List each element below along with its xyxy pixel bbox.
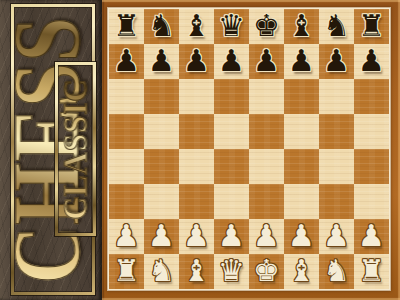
piece-black-knight[interactable]: ♞ bbox=[148, 11, 175, 41]
square-f5[interactable] bbox=[284, 114, 319, 149]
piece-black-bishop[interactable]: ♝ bbox=[183, 11, 210, 41]
square-e6[interactable] bbox=[249, 79, 284, 114]
piece-white-king[interactable]: ♚ bbox=[253, 256, 280, 286]
piece-white-bishop[interactable]: ♝ bbox=[183, 256, 210, 286]
square-e5[interactable] bbox=[249, 114, 284, 149]
game-subtitle: CLASSIC bbox=[57, 66, 92, 232]
square-g8[interactable]: ♞ bbox=[319, 9, 354, 44]
subtitle-frame: CLASSIC bbox=[55, 62, 96, 236]
piece-white-pawn[interactable]: ♟ bbox=[218, 221, 245, 251]
piece-black-pawn[interactable]: ♟ bbox=[148, 46, 175, 76]
piece-white-pawn[interactable]: ♟ bbox=[113, 221, 140, 251]
piece-white-knight[interactable]: ♞ bbox=[148, 256, 175, 286]
piece-black-pawn[interactable]: ♟ bbox=[288, 46, 315, 76]
piece-black-bishop[interactable]: ♝ bbox=[288, 11, 315, 41]
square-g6[interactable] bbox=[319, 79, 354, 114]
square-e8[interactable]: ♚ bbox=[249, 9, 284, 44]
piece-black-pawn[interactable]: ♟ bbox=[183, 46, 210, 76]
piece-white-knight[interactable]: ♞ bbox=[323, 256, 350, 286]
chess-board: ♜♞♝♛♚♝♞♜♟♟♟♟♟♟♟♟♟♟♟♟♟♟♟♟♜♞♝♛♚♝♞♜ bbox=[109, 9, 389, 289]
square-a4[interactable] bbox=[109, 149, 144, 184]
piece-white-pawn[interactable]: ♟ bbox=[288, 221, 315, 251]
square-g4[interactable] bbox=[319, 149, 354, 184]
piece-white-queen[interactable]: ♛ bbox=[218, 256, 245, 286]
piece-black-knight[interactable]: ♞ bbox=[323, 11, 350, 41]
square-d4[interactable] bbox=[214, 149, 249, 184]
square-b5[interactable] bbox=[144, 114, 179, 149]
square-c2[interactable]: ♟ bbox=[179, 219, 214, 254]
square-g7[interactable]: ♟ bbox=[319, 44, 354, 79]
square-d3[interactable] bbox=[214, 184, 249, 219]
square-c4[interactable] bbox=[179, 149, 214, 184]
square-e7[interactable]: ♟ bbox=[249, 44, 284, 79]
square-h2[interactable]: ♟ bbox=[354, 219, 389, 254]
square-b1[interactable]: ♞ bbox=[144, 254, 179, 289]
square-e4[interactable] bbox=[249, 149, 284, 184]
square-c6[interactable] bbox=[179, 79, 214, 114]
square-g2[interactable]: ♟ bbox=[319, 219, 354, 254]
square-f4[interactable] bbox=[284, 149, 319, 184]
square-f8[interactable]: ♝ bbox=[284, 9, 319, 44]
square-h8[interactable]: ♜ bbox=[354, 9, 389, 44]
piece-black-pawn[interactable]: ♟ bbox=[218, 46, 245, 76]
square-e1[interactable]: ♚ bbox=[249, 254, 284, 289]
piece-white-pawn[interactable]: ♟ bbox=[253, 221, 280, 251]
piece-black-queen[interactable]: ♛ bbox=[218, 11, 245, 41]
square-c8[interactable]: ♝ bbox=[179, 9, 214, 44]
square-h5[interactable] bbox=[354, 114, 389, 149]
square-d6[interactable] bbox=[214, 79, 249, 114]
square-a6[interactable] bbox=[109, 79, 144, 114]
piece-black-pawn[interactable]: ♟ bbox=[113, 46, 140, 76]
piece-black-rook[interactable]: ♜ bbox=[113, 11, 140, 41]
piece-black-pawn[interactable]: ♟ bbox=[358, 46, 385, 76]
piece-white-pawn[interactable]: ♟ bbox=[148, 221, 175, 251]
square-e2[interactable]: ♟ bbox=[249, 219, 284, 254]
piece-white-pawn[interactable]: ♟ bbox=[358, 221, 385, 251]
square-g5[interactable] bbox=[319, 114, 354, 149]
square-h7[interactable]: ♟ bbox=[354, 44, 389, 79]
square-b6[interactable] bbox=[144, 79, 179, 114]
piece-white-bishop[interactable]: ♝ bbox=[288, 256, 315, 286]
square-d8[interactable]: ♛ bbox=[214, 9, 249, 44]
piece-black-king[interactable]: ♚ bbox=[253, 11, 280, 41]
app-window: CHESS CLASSIC ♜♞♝♛♚♝♞♜♟♟♟♟♟♟♟♟♟♟♟♟♟♟♟♟♜♞… bbox=[0, 0, 400, 300]
square-c5[interactable] bbox=[179, 114, 214, 149]
square-e3[interactable] bbox=[249, 184, 284, 219]
square-g3[interactable] bbox=[319, 184, 354, 219]
square-b8[interactable]: ♞ bbox=[144, 9, 179, 44]
piece-white-rook[interactable]: ♜ bbox=[113, 256, 140, 286]
piece-white-pawn[interactable]: ♟ bbox=[323, 221, 350, 251]
square-f3[interactable] bbox=[284, 184, 319, 219]
piece-black-pawn[interactable]: ♟ bbox=[253, 46, 280, 76]
square-h4[interactable] bbox=[354, 149, 389, 184]
square-b7[interactable]: ♟ bbox=[144, 44, 179, 79]
square-a7[interactable]: ♟ bbox=[109, 44, 144, 79]
piece-black-pawn[interactable]: ♟ bbox=[323, 46, 350, 76]
square-b4[interactable] bbox=[144, 149, 179, 184]
square-c3[interactable] bbox=[179, 184, 214, 219]
square-c7[interactable]: ♟ bbox=[179, 44, 214, 79]
square-f2[interactable]: ♟ bbox=[284, 219, 319, 254]
square-h3[interactable] bbox=[354, 184, 389, 219]
square-a2[interactable]: ♟ bbox=[109, 219, 144, 254]
square-a5[interactable] bbox=[109, 114, 144, 149]
piece-white-pawn[interactable]: ♟ bbox=[183, 221, 210, 251]
square-f7[interactable]: ♟ bbox=[284, 44, 319, 79]
square-f6[interactable] bbox=[284, 79, 319, 114]
square-a3[interactable] bbox=[109, 184, 144, 219]
square-h6[interactable] bbox=[354, 79, 389, 114]
piece-white-rook[interactable]: ♜ bbox=[358, 256, 385, 286]
square-h1[interactable]: ♜ bbox=[354, 254, 389, 289]
square-b3[interactable] bbox=[144, 184, 179, 219]
square-a8[interactable]: ♜ bbox=[109, 9, 144, 44]
square-a1[interactable]: ♜ bbox=[109, 254, 144, 289]
square-g1[interactable]: ♞ bbox=[319, 254, 354, 289]
square-b2[interactable]: ♟ bbox=[144, 219, 179, 254]
square-d7[interactable]: ♟ bbox=[214, 44, 249, 79]
side-panel: CHESS CLASSIC bbox=[0, 0, 102, 300]
square-d2[interactable]: ♟ bbox=[214, 219, 249, 254]
square-d5[interactable] bbox=[214, 114, 249, 149]
piece-black-rook[interactable]: ♜ bbox=[358, 11, 385, 41]
square-d1[interactable]: ♛ bbox=[214, 254, 249, 289]
chess-board-frame: ♜♞♝♛♚♝♞♜♟♟♟♟♟♟♟♟♟♟♟♟♟♟♟♟♜♞♝♛♚♝♞♜ bbox=[102, 0, 400, 300]
square-f1[interactable]: ♝ bbox=[284, 254, 319, 289]
board-inner-border: ♜♞♝♛♚♝♞♜♟♟♟♟♟♟♟♟♟♟♟♟♟♟♟♟♜♞♝♛♚♝♞♜ bbox=[107, 7, 391, 291]
square-c1[interactable]: ♝ bbox=[179, 254, 214, 289]
